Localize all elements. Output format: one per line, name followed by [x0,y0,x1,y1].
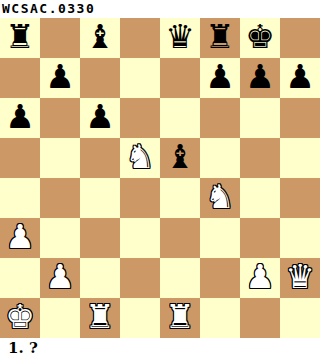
piece-black-pawn: ♟ [245,58,275,97]
square-f3[interactable] [200,218,240,258]
square-h6[interactable] [280,98,320,138]
square-f1[interactable] [200,298,240,338]
square-e6[interactable] [160,98,200,138]
square-h3[interactable] [280,218,320,258]
square-b4[interactable] [40,178,80,218]
piece-black-pawn: ♟ [85,98,115,137]
square-f4[interactable]: ♞ [200,178,240,218]
square-f8[interactable]: ♜ [200,18,240,58]
chess-puzzle-window: WCSAC.0330 ♜♝♛♜♚♟♟♟♟♟♟♞♝♞♟♟♟♛♚♜♜ 1. ? [0,0,320,360]
piece-white-rook: ♜ [85,298,115,337]
square-g6[interactable] [240,98,280,138]
piece-white-pawn: ♟ [45,258,75,297]
square-c2[interactable] [80,258,120,298]
piece-white-queen: ♛ [285,258,315,297]
square-g8[interactable]: ♚ [240,18,280,58]
square-b6[interactable] [40,98,80,138]
square-c6[interactable]: ♟ [80,98,120,138]
piece-black-rook: ♜ [5,18,35,57]
piece-black-pawn: ♟ [5,98,35,137]
square-h8[interactable] [280,18,320,58]
chess-board: ♜♝♛♜♚♟♟♟♟♟♟♞♝♞♟♟♟♛♚♜♜ [0,18,320,338]
square-d7[interactable] [120,58,160,98]
square-d3[interactable] [120,218,160,258]
square-h4[interactable] [280,178,320,218]
square-a7[interactable] [0,58,40,98]
square-b1[interactable] [40,298,80,338]
square-f7[interactable]: ♟ [200,58,240,98]
square-b8[interactable] [40,18,80,58]
square-c5[interactable] [80,138,120,178]
piece-black-rook: ♜ [205,18,235,57]
square-g7[interactable]: ♟ [240,58,280,98]
square-b5[interactable] [40,138,80,178]
piece-black-king: ♚ [245,18,275,57]
square-c4[interactable] [80,178,120,218]
square-e1[interactable]: ♜ [160,298,200,338]
piece-white-king: ♚ [5,298,35,337]
square-e4[interactable] [160,178,200,218]
square-g2[interactable]: ♟ [240,258,280,298]
square-h2[interactable]: ♛ [280,258,320,298]
piece-black-queen: ♛ [165,18,195,57]
square-h1[interactable] [280,298,320,338]
square-g5[interactable] [240,138,280,178]
square-d5[interactable]: ♞ [120,138,160,178]
piece-white-pawn: ♟ [5,218,35,257]
square-d4[interactable] [120,178,160,218]
square-c1[interactable]: ♜ [80,298,120,338]
piece-white-knight: ♞ [205,178,235,217]
square-e7[interactable] [160,58,200,98]
square-a3[interactable]: ♟ [0,218,40,258]
square-g1[interactable] [240,298,280,338]
puzzle-title: WCSAC.0330 [0,0,320,18]
piece-white-pawn: ♟ [245,258,275,297]
square-a6[interactable]: ♟ [0,98,40,138]
square-f5[interactable] [200,138,240,178]
square-a2[interactable] [0,258,40,298]
square-f2[interactable] [200,258,240,298]
square-g3[interactable] [240,218,280,258]
piece-black-bishop: ♝ [165,138,195,177]
square-h5[interactable] [280,138,320,178]
square-d6[interactable] [120,98,160,138]
piece-black-bishop: ♝ [85,18,115,57]
square-d2[interactable] [120,258,160,298]
square-e8[interactable]: ♛ [160,18,200,58]
square-a4[interactable] [0,178,40,218]
square-c7[interactable] [80,58,120,98]
square-h7[interactable]: ♟ [280,58,320,98]
square-d1[interactable] [120,298,160,338]
square-f6[interactable] [200,98,240,138]
square-a1[interactable]: ♚ [0,298,40,338]
move-prompt: 1. ? [0,338,320,360]
square-b3[interactable] [40,218,80,258]
piece-white-knight: ♞ [125,138,155,177]
piece-black-pawn: ♟ [205,58,235,97]
square-d8[interactable] [120,18,160,58]
square-e2[interactable] [160,258,200,298]
square-e5[interactable]: ♝ [160,138,200,178]
square-c8[interactable]: ♝ [80,18,120,58]
piece-white-rook: ♜ [165,298,195,337]
square-a8[interactable]: ♜ [0,18,40,58]
square-b7[interactable]: ♟ [40,58,80,98]
square-c3[interactable] [80,218,120,258]
piece-black-pawn: ♟ [45,58,75,97]
square-g4[interactable] [240,178,280,218]
piece-black-pawn: ♟ [285,58,315,97]
square-a5[interactable] [0,138,40,178]
square-b2[interactable]: ♟ [40,258,80,298]
square-e3[interactable] [160,218,200,258]
